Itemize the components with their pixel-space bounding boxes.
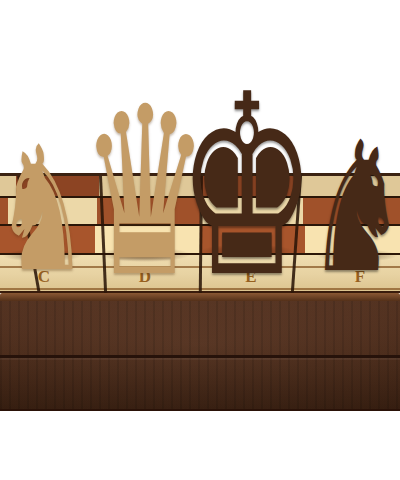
chess-set-product-photo: C D E F ♞ ♛ ♚ ♞ <box>0 0 400 480</box>
white-knight-piece: ♞ <box>0 124 90 296</box>
black-king-piece: ♚ <box>178 62 317 312</box>
black-knight-piece: ♞ <box>307 118 400 298</box>
box-lid-seam <box>0 355 400 358</box>
